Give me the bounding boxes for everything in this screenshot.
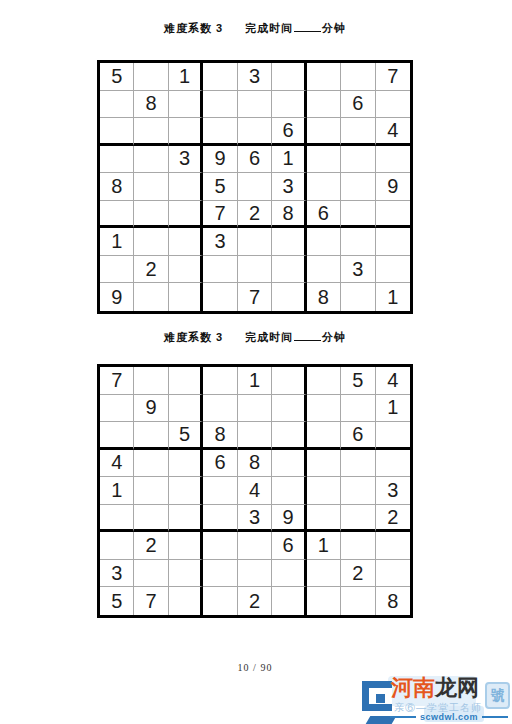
sudoku-board-2: 715491586468143392261325728 bbox=[97, 364, 413, 618]
site-name: 河南龙网 bbox=[391, 677, 479, 699]
domain-dash-right bbox=[482, 716, 508, 718]
cell-r3c2 bbox=[134, 422, 168, 450]
cell-r8c4 bbox=[203, 256, 237, 284]
site-domain-row: scwdwl.com bbox=[390, 712, 508, 722]
cell-r9c6 bbox=[272, 587, 306, 615]
cell-r4c6: 1 bbox=[272, 146, 306, 174]
seal-badge-icon: 號 bbox=[485, 682, 510, 709]
cell-r8c4 bbox=[203, 560, 237, 588]
cell-r4c3 bbox=[169, 450, 203, 478]
cell-r3c4: 8 bbox=[203, 422, 237, 450]
cell-r6c4 bbox=[203, 505, 237, 533]
completion-time-label: 完成时间 bbox=[245, 22, 293, 34]
cell-r4c1: 4 bbox=[100, 450, 134, 478]
cell-r4c9 bbox=[376, 146, 410, 174]
cell-r1c5: 3 bbox=[238, 63, 272, 91]
cell-r7c2 bbox=[134, 228, 168, 256]
cell-r2c3 bbox=[169, 91, 203, 119]
time-blank-line bbox=[294, 338, 321, 341]
cell-r9c5: 7 bbox=[238, 283, 272, 311]
cell-r7c5 bbox=[238, 228, 272, 256]
cell-r4c2 bbox=[134, 146, 168, 174]
completion-time-label: 完成时间 bbox=[245, 331, 293, 343]
site-name-part2: 龙网 bbox=[435, 675, 479, 700]
cell-r5c5: 4 bbox=[238, 477, 272, 505]
cell-r6c6: 8 bbox=[272, 201, 306, 229]
cell-r4c3: 3 bbox=[169, 146, 203, 174]
minutes-label: 分钟 bbox=[322, 22, 346, 34]
cell-r5c7 bbox=[307, 173, 341, 201]
cell-r7c4 bbox=[203, 532, 237, 560]
cell-r3c5 bbox=[238, 118, 272, 146]
cell-r1c4 bbox=[203, 367, 237, 395]
cell-r1c9: 4 bbox=[376, 367, 410, 395]
cell-r8c9 bbox=[376, 560, 410, 588]
puzzle-2-title: 难度系数 3完成时间分钟 bbox=[97, 330, 413, 345]
cell-r5c3 bbox=[169, 173, 203, 201]
cell-r7c8 bbox=[341, 228, 375, 256]
cell-r5c8 bbox=[341, 477, 375, 505]
cell-r5c1: 8 bbox=[100, 173, 134, 201]
cell-r7c7: 1 bbox=[307, 532, 341, 560]
cell-r1c5: 1 bbox=[238, 367, 272, 395]
cell-r1c9: 7 bbox=[376, 63, 410, 91]
cell-r1c1: 5 bbox=[100, 63, 134, 91]
cell-r9c4 bbox=[203, 587, 237, 615]
cell-r4c8 bbox=[341, 450, 375, 478]
cell-r6c2 bbox=[134, 505, 168, 533]
cell-r7c1 bbox=[100, 532, 134, 560]
sudoku-board-1: 5137866439618539728613239781 bbox=[97, 60, 413, 314]
cell-r3c1 bbox=[100, 422, 134, 450]
cell-r3c3 bbox=[169, 118, 203, 146]
cell-r8c8: 2 bbox=[341, 560, 375, 588]
cell-r4c7 bbox=[307, 450, 341, 478]
cell-r7c2: 2 bbox=[134, 532, 168, 560]
cell-r9c7: 8 bbox=[307, 283, 341, 311]
cell-r9c1: 5 bbox=[100, 587, 134, 615]
cell-r4c5: 6 bbox=[238, 146, 272, 174]
cell-r4c4: 6 bbox=[203, 450, 237, 478]
cell-r6c8 bbox=[341, 505, 375, 533]
cell-r2c4 bbox=[203, 91, 237, 119]
cell-r6c5: 2 bbox=[238, 201, 272, 229]
cell-r9c7 bbox=[307, 587, 341, 615]
cell-r9c2: 7 bbox=[134, 587, 168, 615]
cell-r3c6 bbox=[272, 422, 306, 450]
cell-r1c7 bbox=[307, 63, 341, 91]
cell-r7c9 bbox=[376, 532, 410, 560]
cell-r4c8 bbox=[341, 146, 375, 174]
site-domain: scwdwl.com bbox=[420, 712, 478, 722]
cell-r3c1 bbox=[100, 118, 134, 146]
cell-r2c7 bbox=[307, 395, 341, 423]
cell-r2c8: 6 bbox=[341, 91, 375, 119]
cell-r5c1: 1 bbox=[100, 477, 134, 505]
cell-r3c4 bbox=[203, 118, 237, 146]
cell-r5c2 bbox=[134, 173, 168, 201]
cell-r2c7 bbox=[307, 91, 341, 119]
cell-r9c3 bbox=[169, 587, 203, 615]
site-name-part1: 河南 bbox=[391, 675, 435, 700]
cell-r6c6: 9 bbox=[272, 505, 306, 533]
cell-r4c2 bbox=[134, 450, 168, 478]
cell-r9c4 bbox=[203, 283, 237, 311]
cell-r8c7 bbox=[307, 560, 341, 588]
cell-r1c8: 5 bbox=[341, 367, 375, 395]
cell-r7c6 bbox=[272, 228, 306, 256]
cell-r5c8 bbox=[341, 173, 375, 201]
cell-r9c1: 9 bbox=[100, 283, 134, 311]
cell-r6c3 bbox=[169, 201, 203, 229]
cell-r6c9: 2 bbox=[376, 505, 410, 533]
cell-r8c5 bbox=[238, 256, 272, 284]
cell-r5c9: 3 bbox=[376, 477, 410, 505]
cell-r8c1 bbox=[100, 256, 134, 284]
cell-r5c6: 3 bbox=[272, 173, 306, 201]
cell-r2c6 bbox=[272, 91, 306, 119]
cell-r1c3: 1 bbox=[169, 63, 203, 91]
cell-r4c1 bbox=[100, 146, 134, 174]
cell-r7c5 bbox=[238, 532, 272, 560]
cell-r2c2: 9 bbox=[134, 395, 168, 423]
minutes-label: 分钟 bbox=[322, 331, 346, 343]
cell-r7c4: 3 bbox=[203, 228, 237, 256]
cell-r1c3 bbox=[169, 367, 203, 395]
cell-r7c3 bbox=[169, 228, 203, 256]
cell-r1c1: 7 bbox=[100, 367, 134, 395]
cell-r7c9 bbox=[376, 228, 410, 256]
cell-r9c5: 2 bbox=[238, 587, 272, 615]
cell-r7c1: 1 bbox=[100, 228, 134, 256]
cell-r9c9: 8 bbox=[376, 587, 410, 615]
cell-r1c2 bbox=[134, 63, 168, 91]
cell-r4c4: 9 bbox=[203, 146, 237, 174]
cell-r6c7: 6 bbox=[307, 201, 341, 229]
cell-r2c1 bbox=[100, 91, 134, 119]
cell-r3c7 bbox=[307, 422, 341, 450]
cell-r2c9 bbox=[376, 91, 410, 119]
cell-r8c8: 3 bbox=[341, 256, 375, 284]
cell-r2c5 bbox=[238, 91, 272, 119]
cell-r8c6 bbox=[272, 560, 306, 588]
cell-r8c1: 3 bbox=[100, 560, 134, 588]
cell-r3c7 bbox=[307, 118, 341, 146]
cell-r7c6: 6 bbox=[272, 532, 306, 560]
cell-r9c8 bbox=[341, 283, 375, 311]
cell-r6c5: 3 bbox=[238, 505, 272, 533]
cell-r3c3: 5 bbox=[169, 422, 203, 450]
cell-r9c9: 1 bbox=[376, 283, 410, 311]
cell-r5c3 bbox=[169, 477, 203, 505]
cell-r2c6 bbox=[272, 395, 306, 423]
cell-r6c7 bbox=[307, 505, 341, 533]
cell-r6c9 bbox=[376, 201, 410, 229]
cell-r2c1 bbox=[100, 395, 134, 423]
cell-r8c2: 2 bbox=[134, 256, 168, 284]
cell-r3c5 bbox=[238, 422, 272, 450]
cell-r7c7 bbox=[307, 228, 341, 256]
cell-r2c8 bbox=[341, 395, 375, 423]
cell-r8c3 bbox=[169, 256, 203, 284]
cell-r8c2 bbox=[134, 560, 168, 588]
logo-dot-icon bbox=[376, 694, 385, 703]
page-number: 10 / 90 bbox=[97, 662, 413, 673]
difficulty-label: 难度系数 3 bbox=[164, 22, 223, 34]
cell-r5c7 bbox=[307, 477, 341, 505]
cell-r8c9 bbox=[376, 256, 410, 284]
cell-r8c5 bbox=[238, 560, 272, 588]
cell-r6c2 bbox=[134, 201, 168, 229]
cell-r4c7 bbox=[307, 146, 341, 174]
cell-r7c8 bbox=[341, 532, 375, 560]
cell-r6c1 bbox=[100, 201, 134, 229]
cell-r2c9: 1 bbox=[376, 395, 410, 423]
cell-r5c9: 9 bbox=[376, 173, 410, 201]
time-blank-line bbox=[294, 29, 321, 32]
cell-r8c3 bbox=[169, 560, 203, 588]
cell-r9c2 bbox=[134, 283, 168, 311]
sudoku-worksheet-page: 难度系数 3完成时间分钟 513786643961853972861323978… bbox=[0, 0, 512, 724]
cell-r1c6 bbox=[272, 367, 306, 395]
cell-r9c6 bbox=[272, 283, 306, 311]
cell-r3c9: 4 bbox=[376, 118, 410, 146]
cell-r8c7 bbox=[307, 256, 341, 284]
cell-r6c3 bbox=[169, 505, 203, 533]
cell-r2c4 bbox=[203, 395, 237, 423]
cell-r1c2 bbox=[134, 367, 168, 395]
cell-r5c6 bbox=[272, 477, 306, 505]
cell-r8c6 bbox=[272, 256, 306, 284]
cell-r5c5 bbox=[238, 173, 272, 201]
cell-r6c8 bbox=[341, 201, 375, 229]
difficulty-label: 难度系数 3 bbox=[164, 331, 223, 343]
cell-r3c8: 6 bbox=[341, 422, 375, 450]
cell-r1c6 bbox=[272, 63, 306, 91]
cell-r3c9 bbox=[376, 422, 410, 450]
cell-r3c6: 6 bbox=[272, 118, 306, 146]
cell-r6c1 bbox=[100, 505, 134, 533]
cell-r3c2 bbox=[134, 118, 168, 146]
cell-r6c4: 7 bbox=[203, 201, 237, 229]
cell-r2c2: 8 bbox=[134, 91, 168, 119]
cell-r4c6 bbox=[272, 450, 306, 478]
cell-r5c4 bbox=[203, 477, 237, 505]
puzzle-1-title: 难度系数 3完成时间分钟 bbox=[97, 21, 413, 36]
cell-r1c7 bbox=[307, 367, 341, 395]
cell-r3c8 bbox=[341, 118, 375, 146]
cell-r5c4: 5 bbox=[203, 173, 237, 201]
cell-r7c3 bbox=[169, 532, 203, 560]
cell-r9c3 bbox=[169, 283, 203, 311]
cell-r4c5: 8 bbox=[238, 450, 272, 478]
cell-r9c8 bbox=[341, 587, 375, 615]
cell-r4c9 bbox=[376, 450, 410, 478]
cell-r2c3 bbox=[169, 395, 203, 423]
cell-r1c8 bbox=[341, 63, 375, 91]
domain-dash-left bbox=[390, 716, 416, 718]
site-watermark: 河南龙网 號 亲⑥—学堂工名师 scwdwl.com bbox=[360, 674, 512, 724]
cell-r1c4 bbox=[203, 63, 237, 91]
cell-r5c2 bbox=[134, 477, 168, 505]
cell-r2c5 bbox=[238, 395, 272, 423]
